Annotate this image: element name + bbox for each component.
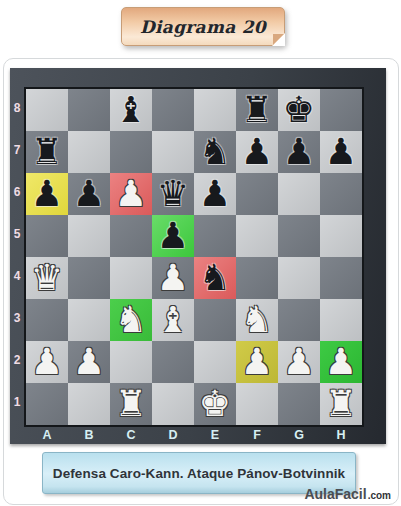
white-pawn: ♟ [157, 258, 189, 298]
square-a2: ♟ [26, 341, 68, 383]
black-bishop: ♝ [115, 90, 147, 130]
rank-label-3: 3 [10, 297, 24, 339]
square-f5 [236, 215, 278, 257]
square-c6: ♟ [110, 173, 152, 215]
rank-label-5: 5 [10, 213, 24, 255]
square-b4 [68, 257, 110, 299]
square-f8: ♜ [236, 89, 278, 131]
square-d2 [152, 341, 194, 383]
file-label-g: G [278, 426, 320, 444]
caption-text: Defensa Caro-Kann. Ataque Pánov-Botvinni… [53, 466, 345, 481]
black-knight: ♞ [199, 258, 231, 298]
square-f3: ♞ [236, 299, 278, 341]
rank-label-4: 4 [10, 255, 24, 297]
rank-labels: 87654321 [10, 87, 24, 427]
brand-name: AulaFacil [304, 486, 366, 502]
square-c2 [110, 341, 152, 383]
black-queen: ♛ [157, 174, 189, 214]
white-knight: ♞ [241, 300, 273, 340]
rank-label-8: 8 [10, 87, 24, 129]
white-pawn: ♟ [283, 342, 315, 382]
square-a8 [26, 89, 68, 131]
file-label-e: E [194, 426, 236, 444]
square-h2: ♟ [320, 341, 362, 383]
square-d7 [152, 131, 194, 173]
file-label-a: A [26, 426, 68, 444]
white-queen: ♛ [31, 258, 63, 298]
square-h8 [320, 89, 362, 131]
square-c5 [110, 215, 152, 257]
file-label-f: F [236, 426, 278, 444]
square-c1: ♜ [110, 383, 152, 425]
square-c3: ♞ [110, 299, 152, 341]
black-pawn: ♟ [199, 174, 231, 214]
brand-suffix: .com [368, 490, 391, 501]
square-d5: ♟ [152, 215, 194, 257]
white-rook: ♜ [325, 384, 357, 424]
square-a1 [26, 383, 68, 425]
square-d3: ♝ [152, 299, 194, 341]
square-e7: ♞ [194, 131, 236, 173]
file-label-d: D [152, 426, 194, 444]
white-knight: ♞ [115, 300, 147, 340]
file-label-b: B [68, 426, 110, 444]
square-b6: ♟ [68, 173, 110, 215]
black-king: ♚ [283, 90, 315, 130]
square-e2 [194, 341, 236, 383]
file-label-h: H [320, 426, 362, 444]
square-g5 [278, 215, 320, 257]
white-pawn: ♟ [325, 342, 357, 382]
black-rook: ♜ [31, 132, 63, 172]
diagram-title-ribbon: Diagrama 20 [121, 7, 285, 46]
square-a4: ♛ [26, 257, 68, 299]
square-e5 [194, 215, 236, 257]
rank-label-7: 7 [10, 129, 24, 171]
square-d4: ♟ [152, 257, 194, 299]
black-knight: ♞ [199, 132, 231, 172]
square-h6 [320, 173, 362, 215]
white-king: ♚ [199, 384, 231, 424]
square-f6 [236, 173, 278, 215]
rank-label-6: 6 [10, 171, 24, 213]
square-b3 [68, 299, 110, 341]
rank-label-1: 1 [10, 381, 24, 423]
square-b7 [68, 131, 110, 173]
chess-board: 87654321 ♝♜♚♜♞♟♟♟♟♟♟♛♟♟♛♟♞♞♝♞♟♟♟♟♟♜♚♜ AB… [10, 68, 386, 444]
black-pawn: ♟ [241, 132, 273, 172]
square-a7: ♜ [26, 131, 68, 173]
square-c7 [110, 131, 152, 173]
square-g1 [278, 383, 320, 425]
rank-label-2: 2 [10, 339, 24, 381]
square-c8: ♝ [110, 89, 152, 131]
square-g2: ♟ [278, 341, 320, 383]
black-pawn: ♟ [325, 132, 357, 172]
square-d6: ♛ [152, 173, 194, 215]
black-rook: ♜ [241, 90, 273, 130]
square-f2: ♟ [236, 341, 278, 383]
square-c4 [110, 257, 152, 299]
black-pawn: ♟ [157, 216, 189, 256]
black-pawn: ♟ [31, 174, 63, 214]
white-pawn: ♟ [241, 342, 273, 382]
square-g7: ♟ [278, 131, 320, 173]
white-pawn: ♟ [115, 174, 147, 214]
square-h1: ♜ [320, 383, 362, 425]
square-h3 [320, 299, 362, 341]
square-b8 [68, 89, 110, 131]
site-branding: AulaFacil .com [304, 486, 391, 502]
ribbon-fold-icon [273, 34, 284, 45]
black-pawn: ♟ [283, 132, 315, 172]
square-e6: ♟ [194, 173, 236, 215]
square-e8 [194, 89, 236, 131]
square-h5 [320, 215, 362, 257]
square-a5 [26, 215, 68, 257]
square-e4: ♞ [194, 257, 236, 299]
white-bishop: ♝ [157, 300, 189, 340]
square-h7: ♟ [320, 131, 362, 173]
file-label-c: C [110, 426, 152, 444]
square-g3 [278, 299, 320, 341]
square-d8 [152, 89, 194, 131]
white-rook: ♜ [115, 384, 147, 424]
square-g8: ♚ [278, 89, 320, 131]
square-e1: ♚ [194, 383, 236, 425]
square-a3 [26, 299, 68, 341]
black-pawn: ♟ [73, 174, 105, 214]
white-pawn: ♟ [31, 342, 63, 382]
square-d1 [152, 383, 194, 425]
square-b2: ♟ [68, 341, 110, 383]
square-f1 [236, 383, 278, 425]
file-labels: ABCDEFGH [26, 426, 362, 444]
square-e3 [194, 299, 236, 341]
square-a6: ♟ [26, 173, 68, 215]
square-h4 [320, 257, 362, 299]
diagram-title: Diagrama 20 [140, 17, 266, 37]
board-squares: ♝♜♚♜♞♟♟♟♟♟♟♛♟♟♛♟♞♞♝♞♟♟♟♟♟♜♚♜ [24, 87, 364, 427]
square-b5 [68, 215, 110, 257]
white-pawn: ♟ [73, 342, 105, 382]
square-b1 [68, 383, 110, 425]
square-f7: ♟ [236, 131, 278, 173]
square-f4 [236, 257, 278, 299]
square-g6 [278, 173, 320, 215]
square-g4 [278, 257, 320, 299]
